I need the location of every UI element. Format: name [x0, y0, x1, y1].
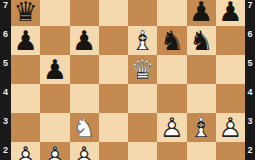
rank-label-left-6: 6: [0, 28, 11, 40]
square-c4[interactable]: [70, 84, 99, 113]
square-b7[interactable]: [40, 0, 69, 26]
square-a5[interactable]: [11, 55, 40, 84]
square-h6[interactable]: [216, 26, 245, 55]
black-queen[interactable]: ♛: [11, 0, 40, 26]
white-bishop-body: ♝: [128, 26, 157, 55]
rank-label-right-4: 4: [245, 86, 255, 98]
square-g5[interactable]: [187, 55, 216, 84]
square-d4[interactable]: [99, 84, 128, 113]
square-h5[interactable]: [216, 55, 245, 84]
square-a4[interactable]: [11, 84, 40, 113]
square-g4[interactable]: [187, 84, 216, 113]
square-c5[interactable]: [70, 55, 99, 84]
white-bishop-body: ♝: [187, 113, 216, 142]
square-d7[interactable]: [99, 0, 128, 26]
white-pawn-body: ♟: [157, 113, 186, 142]
square-f6[interactable]: ♞: [157, 26, 186, 55]
square-b3[interactable]: [40, 113, 69, 142]
square-b6[interactable]: [40, 26, 69, 55]
square-a3[interactable]: [11, 113, 40, 142]
black-pawn[interactable]: ♟: [187, 0, 216, 26]
chess-diagram: 765432 ♛♟♟♟♟♝♗♞♞♟♛♕♞♘♟♙♝♗♟♙♟♙♟♙♟♙ 765432: [0, 0, 255, 160]
square-a7[interactable]: ♛: [11, 0, 40, 26]
rank-label-right-5: 5: [245, 57, 255, 69]
square-d2[interactable]: [99, 142, 128, 160]
white-queen-body: ♛: [128, 55, 157, 84]
white-knight-body: ♞: [70, 113, 99, 142]
square-c6[interactable]: ♟: [70, 26, 99, 55]
rank-labels-left: 765432: [0, 0, 11, 160]
square-c3[interactable]: ♞♘: [70, 113, 99, 142]
square-d6[interactable]: [99, 26, 128, 55]
white-pawn[interactable]: ♙: [216, 113, 245, 142]
white-knight[interactable]: ♘: [70, 113, 99, 142]
white-pawn[interactable]: ♙: [11, 142, 40, 160]
black-pawn[interactable]: ♟: [11, 26, 40, 55]
square-e5[interactable]: ♛♕: [128, 55, 157, 84]
square-f4[interactable]: [157, 84, 186, 113]
square-e7[interactable]: [128, 0, 157, 26]
rank-label-left-5: 5: [0, 57, 11, 69]
black-pawn[interactable]: ♟: [40, 55, 69, 84]
white-pawn[interactable]: ♙: [157, 113, 186, 142]
black-knight[interactable]: ♞: [157, 26, 186, 55]
white-pawn[interactable]: ♙: [40, 142, 69, 160]
chess-board[interactable]: ♛♟♟♟♟♝♗♞♞♟♛♕♞♘♟♙♝♗♟♙♟♙♟♙♟♙: [11, 0, 245, 160]
square-c7[interactable]: [70, 0, 99, 26]
square-g2[interactable]: [187, 142, 216, 160]
square-h3[interactable]: ♟♙: [216, 113, 245, 142]
square-f5[interactable]: [157, 55, 186, 84]
square-f3[interactable]: ♟♙: [157, 113, 186, 142]
square-d5[interactable]: [99, 55, 128, 84]
white-bishop[interactable]: ♗: [187, 113, 216, 142]
square-c2[interactable]: ♟♙: [70, 142, 99, 160]
white-pawn-body: ♟: [40, 142, 69, 160]
square-h2[interactable]: [216, 142, 245, 160]
white-queen[interactable]: ♕: [128, 55, 157, 84]
square-b2[interactable]: ♟♙: [40, 142, 69, 160]
square-f2[interactable]: [157, 142, 186, 160]
white-pawn[interactable]: ♙: [70, 142, 99, 160]
square-a6[interactable]: ♟: [11, 26, 40, 55]
white-pawn-body: ♟: [70, 142, 99, 160]
square-e4[interactable]: [128, 84, 157, 113]
rank-label-left-4: 4: [0, 86, 11, 98]
black-pawn[interactable]: ♟: [216, 0, 245, 26]
rank-label-right-3: 3: [245, 115, 255, 127]
rank-label-left-7: 7: [0, 0, 11, 11]
white-bishop[interactable]: ♗: [128, 26, 157, 55]
square-e2[interactable]: [128, 142, 157, 160]
square-e6[interactable]: ♝♗: [128, 26, 157, 55]
square-b5[interactable]: ♟: [40, 55, 69, 84]
white-pawn-body: ♟: [216, 113, 245, 142]
rank-label-right-6: 6: [245, 28, 255, 40]
square-g3[interactable]: ♝♗: [187, 113, 216, 142]
rank-label-right-7: 7: [245, 0, 255, 11]
rank-labels-right: 765432: [245, 0, 255, 160]
black-knight[interactable]: ♞: [187, 26, 216, 55]
square-b4[interactable]: [40, 84, 69, 113]
square-d3[interactable]: [99, 113, 128, 142]
rank-label-left-3: 3: [0, 115, 11, 127]
square-g6[interactable]: ♞: [187, 26, 216, 55]
rank-label-right-2: 2: [245, 144, 255, 156]
square-f7[interactable]: [157, 0, 186, 26]
square-a2[interactable]: ♟♙: [11, 142, 40, 160]
square-h4[interactable]: [216, 84, 245, 113]
square-h7[interactable]: ♟: [216, 0, 245, 26]
rank-label-left-2: 2: [0, 144, 11, 156]
white-pawn-body: ♟: [11, 142, 40, 160]
square-g7[interactable]: ♟: [187, 0, 216, 26]
black-pawn[interactable]: ♟: [70, 26, 99, 55]
square-e3[interactable]: [128, 113, 157, 142]
